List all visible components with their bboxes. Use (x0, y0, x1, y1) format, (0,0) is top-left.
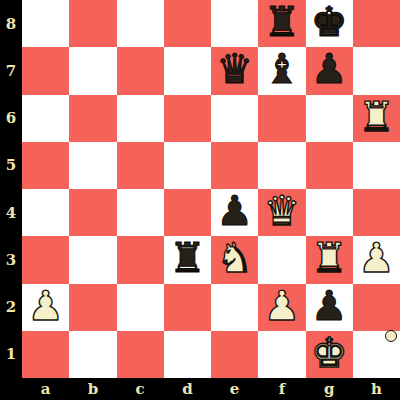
square-d7[interactable] (164, 47, 211, 94)
square-c4[interactable] (117, 189, 164, 236)
piece-white-queen: ♛ (263, 188, 300, 235)
piece-black-pawn: ♟ (311, 283, 348, 330)
square-f7[interactable]: ♝ (258, 47, 305, 94)
rank-label-5: 5 (0, 142, 22, 189)
square-h6[interactable]: ♜ (353, 95, 400, 142)
square-d5[interactable] (164, 142, 211, 189)
square-e6[interactable] (211, 95, 258, 142)
file-label-a: a (22, 378, 69, 400)
rank-label-3: 3 (0, 236, 22, 283)
white-to-move-indicator (385, 330, 397, 342)
square-d1[interactable] (164, 331, 211, 378)
square-e3[interactable]: ♞ (211, 236, 258, 283)
square-h5[interactable] (353, 142, 400, 189)
piece-white-pawn: ♟ (263, 283, 300, 330)
rank-labels: 87654321 (0, 0, 22, 378)
square-e5[interactable] (211, 142, 258, 189)
piece-black-queen: ♛ (216, 46, 253, 93)
square-h2[interactable] (353, 284, 400, 331)
square-f5[interactable] (258, 142, 305, 189)
square-a7[interactable] (22, 47, 69, 94)
square-b7[interactable] (69, 47, 116, 94)
square-a8[interactable] (22, 0, 69, 47)
piece-white-rook: ♜ (358, 94, 395, 141)
square-a3[interactable] (22, 236, 69, 283)
square-h3[interactable]: ♟ (353, 236, 400, 283)
piece-white-king: ♚ (311, 330, 348, 377)
square-e8[interactable] (211, 0, 258, 47)
square-d4[interactable] (164, 189, 211, 236)
square-b8[interactable] (69, 0, 116, 47)
square-c1[interactable] (117, 331, 164, 378)
piece-white-knight: ♞ (216, 235, 253, 282)
square-b5[interactable] (69, 142, 116, 189)
square-c6[interactable] (117, 95, 164, 142)
square-g5[interactable] (306, 142, 353, 189)
square-h8[interactable] (353, 0, 400, 47)
square-h7[interactable] (353, 47, 400, 94)
square-g3[interactable]: ♜ (306, 236, 353, 283)
chess-board: ♜♚♛♝♟♜♟♛♜♞♜♟♟♟♟♚ (22, 0, 400, 378)
square-f1[interactable] (258, 331, 305, 378)
piece-black-rook: ♜ (263, 0, 300, 46)
rank-label-7: 7 (0, 47, 22, 94)
square-f3[interactable] (258, 236, 305, 283)
square-g2[interactable]: ♟ (306, 284, 353, 331)
square-b3[interactable] (69, 236, 116, 283)
square-d2[interactable] (164, 284, 211, 331)
rank-label-2: 2 (0, 284, 22, 331)
square-e1[interactable] (211, 331, 258, 378)
file-label-c: c (117, 378, 164, 400)
piece-black-rook: ♜ (169, 235, 206, 282)
square-d3[interactable]: ♜ (164, 236, 211, 283)
rank-label-8: 8 (0, 0, 22, 47)
square-c5[interactable] (117, 142, 164, 189)
piece-black-pawn: ♟ (311, 46, 348, 93)
rank-label-6: 6 (0, 95, 22, 142)
square-a2[interactable]: ♟ (22, 284, 69, 331)
square-g6[interactable] (306, 95, 353, 142)
piece-white-pawn: ♟ (27, 283, 64, 330)
file-label-b: b (69, 378, 116, 400)
square-c7[interactable] (117, 47, 164, 94)
piece-black-king: ♚ (311, 0, 348, 46)
square-a6[interactable] (22, 95, 69, 142)
square-f4[interactable]: ♛ (258, 189, 305, 236)
square-a5[interactable] (22, 142, 69, 189)
square-g1[interactable]: ♚ (306, 331, 353, 378)
square-c8[interactable] (117, 0, 164, 47)
square-b4[interactable] (69, 189, 116, 236)
square-b2[interactable] (69, 284, 116, 331)
square-a4[interactable] (22, 189, 69, 236)
square-e7[interactable]: ♛ (211, 47, 258, 94)
square-a1[interactable] (22, 331, 69, 378)
file-labels: abcdefgh (22, 378, 400, 400)
square-g7[interactable]: ♟ (306, 47, 353, 94)
square-d8[interactable] (164, 0, 211, 47)
piece-white-pawn: ♟ (358, 235, 395, 282)
file-label-g: g (306, 378, 353, 400)
square-f2[interactable]: ♟ (258, 284, 305, 331)
square-g4[interactable] (306, 189, 353, 236)
square-d6[interactable] (164, 95, 211, 142)
file-label-h: h (353, 378, 400, 400)
square-h4[interactable] (353, 189, 400, 236)
square-c2[interactable] (117, 284, 164, 331)
square-e2[interactable] (211, 284, 258, 331)
square-b1[interactable] (69, 331, 116, 378)
square-g8[interactable]: ♚ (306, 0, 353, 47)
rank-label-4: 4 (0, 189, 22, 236)
square-c3[interactable] (117, 236, 164, 283)
rank-label-1: 1 (0, 331, 22, 378)
chess-board-frame: ♜♚♛♝♟♜♟♛♜♞♜♟♟♟♟♚ 87654321 abcdefgh (0, 0, 400, 400)
square-f8[interactable]: ♜ (258, 0, 305, 47)
file-label-e: e (211, 378, 258, 400)
piece-black-bishop: ♝ (263, 46, 300, 93)
piece-black-pawn: ♟ (216, 188, 253, 235)
file-label-d: d (164, 378, 211, 400)
square-e4[interactable]: ♟ (211, 189, 258, 236)
square-b6[interactable] (69, 95, 116, 142)
piece-white-rook: ♜ (311, 235, 348, 282)
square-f6[interactable] (258, 95, 305, 142)
file-label-f: f (258, 378, 305, 400)
